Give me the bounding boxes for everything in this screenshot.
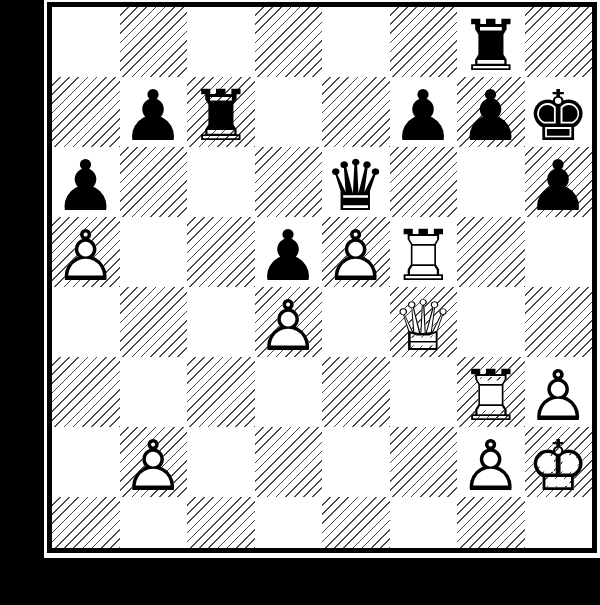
square-e8[interactable]	[322, 7, 390, 77]
white-pawn: ♟♙	[54, 221, 117, 291]
black-queen: ♛	[324, 151, 387, 221]
square-d3[interactable]	[255, 357, 323, 427]
black-pawn: ♟	[527, 151, 590, 221]
square-f5[interactable]: ♜♖	[390, 217, 458, 287]
square-d4[interactable]: ♟♙	[255, 287, 323, 357]
square-a2[interactable]	[52, 427, 120, 497]
square-a8[interactable]	[52, 7, 120, 77]
board-frame: ♜♟♜♟♟♚♟♛♟♟♙♟♟♙♜♖♟♙♛♕♜♖♟♙♟♙♟♙♚♔	[47, 2, 597, 553]
square-g6[interactable]	[457, 147, 525, 217]
square-f8[interactable]	[390, 7, 458, 77]
square-b5[interactable]	[120, 217, 188, 287]
square-a3[interactable]	[52, 357, 120, 427]
square-f6[interactable]	[390, 147, 458, 217]
square-b6[interactable]	[120, 147, 188, 217]
square-b8[interactable]	[120, 7, 188, 77]
square-e2[interactable]	[322, 427, 390, 497]
square-d7[interactable]	[255, 77, 323, 147]
square-h6[interactable]: ♟	[525, 147, 593, 217]
white-pawn: ♟♙	[122, 431, 185, 501]
square-a6[interactable]: ♟	[52, 147, 120, 217]
square-h7[interactable]: ♚	[525, 77, 593, 147]
white-queen: ♛♕	[392, 291, 455, 361]
square-g7[interactable]: ♟	[457, 77, 525, 147]
square-c6[interactable]	[187, 147, 255, 217]
square-d5[interactable]: ♟	[255, 217, 323, 287]
square-f1[interactable]	[390, 497, 458, 548]
black-pawn: ♟	[122, 81, 185, 151]
black-rook: ♜	[459, 11, 522, 81]
square-f7[interactable]: ♟	[390, 77, 458, 147]
square-d2[interactable]	[255, 427, 323, 497]
square-e3[interactable]	[322, 357, 390, 427]
square-e5[interactable]: ♟♙	[322, 217, 390, 287]
chess-board: ♜♟♜♟♟♚♟♛♟♟♙♟♟♙♜♖♟♙♛♕♜♖♟♙♟♙♟♙♚♔	[52, 7, 592, 548]
square-b7[interactable]: ♟	[120, 77, 188, 147]
square-h3[interactable]: ♟♙	[525, 357, 593, 427]
white-rook: ♜♖	[459, 361, 522, 431]
white-king: ♚♔	[527, 431, 590, 501]
square-f3[interactable]	[390, 357, 458, 427]
square-f4[interactable]: ♛♕	[390, 287, 458, 357]
square-c5[interactable]	[187, 217, 255, 287]
square-h8[interactable]	[525, 7, 593, 77]
square-c7[interactable]: ♜	[187, 77, 255, 147]
square-a4[interactable]	[52, 287, 120, 357]
black-rook: ♜	[189, 81, 252, 151]
square-c3[interactable]	[187, 357, 255, 427]
square-e4[interactable]	[322, 287, 390, 357]
square-b3[interactable]	[120, 357, 188, 427]
square-c8[interactable]	[187, 7, 255, 77]
white-pawn: ♟♙	[459, 431, 522, 501]
square-a7[interactable]	[52, 77, 120, 147]
white-pawn: ♟♙	[324, 221, 387, 291]
square-b2[interactable]: ♟♙	[120, 427, 188, 497]
square-g8[interactable]: ♜	[457, 7, 525, 77]
white-pawn: ♟♙	[257, 291, 320, 361]
black-pawn: ♟	[257, 221, 320, 291]
black-pawn: ♟	[459, 81, 522, 151]
black-king: ♚	[527, 81, 590, 151]
square-a1[interactable]	[52, 497, 120, 548]
square-a5[interactable]: ♟♙	[52, 217, 120, 287]
square-g2[interactable]: ♟♙	[457, 427, 525, 497]
black-pawn: ♟	[54, 151, 117, 221]
square-g4[interactable]	[457, 287, 525, 357]
square-e1[interactable]	[322, 497, 390, 548]
square-h5[interactable]	[525, 217, 593, 287]
square-h4[interactable]	[525, 287, 593, 357]
square-d1[interactable]	[255, 497, 323, 548]
page-background: ♜♟♜♟♟♚♟♛♟♟♙♟♟♙♜♖♟♙♛♕♜♖♟♙♟♙♟♙♚♔	[0, 0, 600, 605]
square-c4[interactable]	[187, 287, 255, 357]
white-rook: ♜♖	[392, 221, 455, 291]
square-d8[interactable]	[255, 7, 323, 77]
square-b4[interactable]	[120, 287, 188, 357]
square-g5[interactable]	[457, 217, 525, 287]
square-g3[interactable]: ♜♖	[457, 357, 525, 427]
square-h2[interactable]: ♚♔	[525, 427, 593, 497]
square-c2[interactable]	[187, 427, 255, 497]
square-f2[interactable]	[390, 427, 458, 497]
square-c1[interactable]	[187, 497, 255, 548]
white-pawn: ♟♙	[527, 361, 590, 431]
square-e6[interactable]: ♛	[322, 147, 390, 217]
board-plate: ♜♟♜♟♟♚♟♛♟♟♙♟♟♙♜♖♟♙♛♕♜♖♟♙♟♙♟♙♚♔	[44, 0, 600, 558]
black-pawn: ♟	[392, 81, 455, 151]
square-e7[interactable]	[322, 77, 390, 147]
square-d6[interactable]	[255, 147, 323, 217]
